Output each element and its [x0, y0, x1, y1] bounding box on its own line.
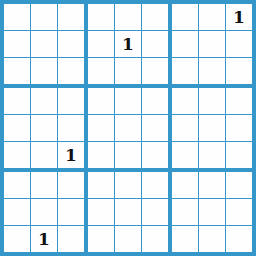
cell-r6c1[interactable] — [4, 142, 30, 168]
sudoku-box-5 — [88, 88, 168, 168]
cell-r2c4[interactable] — [88, 31, 114, 57]
cell-r4c5[interactable] — [115, 88, 141, 114]
cell-r5c1[interactable] — [4, 115, 30, 141]
cell-r9c2[interactable]: 1 — [31, 226, 57, 252]
sudoku-box-2: 1 — [88, 4, 168, 84]
sudoku-box-9 — [172, 172, 252, 252]
cell-r8c2[interactable] — [31, 199, 57, 225]
cell-r4c1[interactable] — [4, 88, 30, 114]
cell-r1c9[interactable]: 1 — [226, 4, 252, 30]
cell-r7c7[interactable] — [172, 172, 198, 198]
cell-r4c6[interactable] — [142, 88, 168, 114]
cell-r6c7[interactable] — [172, 142, 198, 168]
cell-r5c5[interactable] — [115, 115, 141, 141]
cell-r8c1[interactable] — [4, 199, 30, 225]
cell-r8c3[interactable] — [58, 199, 84, 225]
sudoku-box-8 — [88, 172, 168, 252]
cell-r5c7[interactable] — [172, 115, 198, 141]
cell-r8c7[interactable] — [172, 199, 198, 225]
cell-r6c5[interactable] — [115, 142, 141, 168]
sudoku-box-7: 1 — [4, 172, 84, 252]
cell-r2c9[interactable] — [226, 31, 252, 57]
cell-r5c2[interactable] — [31, 115, 57, 141]
cell-r7c5[interactable] — [115, 172, 141, 198]
cell-r9c4[interactable] — [88, 226, 114, 252]
cell-r3c7[interactable] — [172, 58, 198, 84]
cell-r6c6[interactable] — [142, 142, 168, 168]
cell-r5c8[interactable] — [199, 115, 225, 141]
cell-r2c1[interactable] — [4, 31, 30, 57]
cell-r9c7[interactable] — [172, 226, 198, 252]
cell-r6c9[interactable] — [226, 142, 252, 168]
cell-r9c9[interactable] — [226, 226, 252, 252]
cell-r2c2[interactable] — [31, 31, 57, 57]
cell-r4c7[interactable] — [172, 88, 198, 114]
cell-r2c6[interactable] — [142, 31, 168, 57]
given-digit: 1 — [65, 147, 77, 164]
cell-r5c4[interactable] — [88, 115, 114, 141]
sudoku-box-4: 1 — [4, 88, 84, 168]
given-digit: 1 — [38, 231, 50, 248]
cell-r1c4[interactable] — [88, 4, 114, 30]
cell-r7c8[interactable] — [199, 172, 225, 198]
cell-r8c8[interactable] — [199, 199, 225, 225]
cell-r2c3[interactable] — [58, 31, 84, 57]
cell-r7c9[interactable] — [226, 172, 252, 198]
cell-r6c3[interactable]: 1 — [58, 142, 84, 168]
cell-r1c2[interactable] — [31, 4, 57, 30]
cell-r2c8[interactable] — [199, 31, 225, 57]
cell-r9c3[interactable] — [58, 226, 84, 252]
cell-r7c3[interactable] — [58, 172, 84, 198]
cell-r4c9[interactable] — [226, 88, 252, 114]
given-digit: 1 — [122, 36, 134, 53]
cell-r3c6[interactable] — [142, 58, 168, 84]
cell-r4c3[interactable] — [58, 88, 84, 114]
cell-r4c4[interactable] — [88, 88, 114, 114]
cell-r7c1[interactable] — [4, 172, 30, 198]
cell-r1c7[interactable] — [172, 4, 198, 30]
cell-r1c5[interactable] — [115, 4, 141, 30]
cell-r3c1[interactable] — [4, 58, 30, 84]
cell-r4c8[interactable] — [199, 88, 225, 114]
sudoku-board: 1111 — [0, 0, 256, 256]
cell-r9c5[interactable] — [115, 226, 141, 252]
given-digit: 1 — [233, 9, 245, 26]
cell-r3c3[interactable] — [58, 58, 84, 84]
cell-r8c4[interactable] — [88, 199, 114, 225]
cell-r1c3[interactable] — [58, 4, 84, 30]
cell-r4c2[interactable] — [31, 88, 57, 114]
cell-r1c6[interactable] — [142, 4, 168, 30]
cell-r9c6[interactable] — [142, 226, 168, 252]
cell-r3c9[interactable] — [226, 58, 252, 84]
cell-r5c6[interactable] — [142, 115, 168, 141]
cell-r3c8[interactable] — [199, 58, 225, 84]
cell-r6c8[interactable] — [199, 142, 225, 168]
cell-r8c9[interactable] — [226, 199, 252, 225]
cell-r9c1[interactable] — [4, 226, 30, 252]
cell-r6c2[interactable] — [31, 142, 57, 168]
sudoku-box-6 — [172, 88, 252, 168]
cell-r9c8[interactable] — [199, 226, 225, 252]
sudoku-box-3: 1 — [172, 4, 252, 84]
cell-r7c2[interactable] — [31, 172, 57, 198]
cell-r3c5[interactable] — [115, 58, 141, 84]
cell-r2c7[interactable] — [172, 31, 198, 57]
cell-r3c4[interactable] — [88, 58, 114, 84]
cell-r2c5[interactable]: 1 — [115, 31, 141, 57]
cell-r1c1[interactable] — [4, 4, 30, 30]
cell-r8c5[interactable] — [115, 199, 141, 225]
cell-r3c2[interactable] — [31, 58, 57, 84]
cell-r8c6[interactable] — [142, 199, 168, 225]
cell-r7c6[interactable] — [142, 172, 168, 198]
cell-r6c4[interactable] — [88, 142, 114, 168]
cell-r5c3[interactable] — [58, 115, 84, 141]
sudoku-box-1 — [4, 4, 84, 84]
cell-r1c8[interactable] — [199, 4, 225, 30]
cell-r5c9[interactable] — [226, 115, 252, 141]
cell-r7c4[interactable] — [88, 172, 114, 198]
